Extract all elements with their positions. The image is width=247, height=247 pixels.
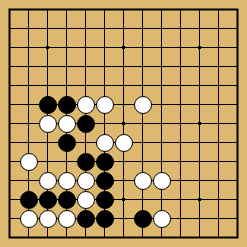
intersection[interactable]	[228, 0, 247, 19]
intersection[interactable]	[133, 0, 152, 19]
intersection[interactable]	[209, 152, 228, 171]
intersection[interactable]	[95, 133, 114, 152]
intersection[interactable]	[38, 114, 57, 133]
intersection[interactable]	[228, 190, 247, 209]
intersection[interactable]	[152, 152, 171, 171]
intersection[interactable]	[19, 0, 38, 19]
intersection[interactable]	[57, 209, 76, 228]
white-stone[interactable]	[134, 172, 152, 190]
intersection[interactable]	[57, 228, 76, 247]
intersection[interactable]	[171, 133, 190, 152]
intersection[interactable]	[95, 57, 114, 76]
black-stone[interactable]	[77, 115, 95, 133]
intersection[interactable]	[19, 114, 38, 133]
intersection[interactable]	[190, 38, 209, 57]
intersection[interactable]	[209, 171, 228, 190]
intersection[interactable]	[228, 152, 247, 171]
intersection[interactable]	[57, 0, 76, 19]
white-stone[interactable]	[96, 134, 114, 152]
intersection[interactable]	[0, 57, 19, 76]
intersection[interactable]	[133, 152, 152, 171]
intersection[interactable]	[76, 76, 95, 95]
intersection[interactable]	[171, 171, 190, 190]
intersection[interactable]	[19, 133, 38, 152]
intersection[interactable]	[0, 152, 19, 171]
white-stone[interactable]	[153, 210, 171, 228]
intersection[interactable]	[0, 76, 19, 95]
intersection[interactable]	[209, 19, 228, 38]
intersection[interactable]	[152, 114, 171, 133]
intersection[interactable]	[114, 133, 133, 152]
intersection[interactable]	[57, 76, 76, 95]
white-stone[interactable]	[39, 115, 57, 133]
white-stone[interactable]	[58, 172, 76, 190]
intersection[interactable]	[0, 190, 19, 209]
black-stone[interactable]	[96, 172, 114, 190]
intersection[interactable]	[19, 19, 38, 38]
intersection[interactable]	[0, 95, 19, 114]
intersection[interactable]	[133, 57, 152, 76]
white-stone[interactable]	[58, 210, 76, 228]
intersection[interactable]	[190, 228, 209, 247]
intersection[interactable]	[228, 209, 247, 228]
intersection[interactable]	[95, 0, 114, 19]
intersection[interactable]	[57, 57, 76, 76]
intersection[interactable]	[114, 152, 133, 171]
intersection[interactable]	[171, 228, 190, 247]
intersection[interactable]	[38, 19, 57, 38]
intersection[interactable]	[95, 209, 114, 228]
intersection[interactable]	[209, 95, 228, 114]
intersection[interactable]	[95, 19, 114, 38]
white-stone[interactable]	[39, 172, 57, 190]
intersection[interactable]	[133, 171, 152, 190]
black-stone[interactable]	[39, 96, 57, 114]
intersection[interactable]	[228, 76, 247, 95]
intersection[interactable]	[190, 190, 209, 209]
white-stone[interactable]	[115, 134, 133, 152]
intersection[interactable]	[57, 152, 76, 171]
intersection[interactable]	[209, 209, 228, 228]
intersection[interactable]	[19, 228, 38, 247]
intersection[interactable]	[95, 228, 114, 247]
intersection[interactable]	[133, 228, 152, 247]
intersection[interactable]	[114, 114, 133, 133]
intersection[interactable]	[114, 38, 133, 57]
intersection[interactable]	[228, 228, 247, 247]
intersection[interactable]	[152, 57, 171, 76]
black-stone[interactable]	[134, 210, 152, 228]
black-stone[interactable]	[58, 96, 76, 114]
intersection[interactable]	[171, 76, 190, 95]
intersection[interactable]	[38, 152, 57, 171]
intersection[interactable]	[152, 38, 171, 57]
white-stone[interactable]	[153, 172, 171, 190]
intersection[interactable]	[0, 0, 19, 19]
intersection[interactable]	[209, 0, 228, 19]
intersection[interactable]	[209, 38, 228, 57]
intersection[interactable]	[19, 57, 38, 76]
intersection[interactable]	[114, 0, 133, 19]
intersection[interactable]	[152, 0, 171, 19]
intersection[interactable]	[114, 95, 133, 114]
white-stone[interactable]	[20, 153, 38, 171]
intersection[interactable]	[228, 19, 247, 38]
intersection[interactable]	[76, 95, 95, 114]
intersection[interactable]	[76, 152, 95, 171]
intersection[interactable]	[57, 19, 76, 38]
intersection[interactable]	[19, 171, 38, 190]
intersection[interactable]	[171, 209, 190, 228]
intersection[interactable]	[38, 57, 57, 76]
intersection[interactable]	[133, 95, 152, 114]
intersection[interactable]	[38, 171, 57, 190]
intersection[interactable]	[38, 95, 57, 114]
black-stone[interactable]	[39, 191, 57, 209]
intersection[interactable]	[190, 57, 209, 76]
intersection[interactable]	[38, 228, 57, 247]
intersection[interactable]	[57, 114, 76, 133]
intersection[interactable]	[209, 190, 228, 209]
intersection[interactable]	[114, 19, 133, 38]
intersection[interactable]	[38, 190, 57, 209]
goban	[0, 0, 247, 247]
intersection[interactable]	[57, 190, 76, 209]
intersection[interactable]	[209, 228, 228, 247]
intersection[interactable]	[76, 171, 95, 190]
intersection[interactable]	[114, 190, 133, 209]
intersection[interactable]	[57, 38, 76, 57]
intersection[interactable]	[190, 76, 209, 95]
intersection[interactable]	[190, 133, 209, 152]
white-stone[interactable]	[77, 191, 95, 209]
white-stone[interactable]	[58, 115, 76, 133]
intersection[interactable]	[228, 171, 247, 190]
intersection[interactable]	[114, 57, 133, 76]
intersection[interactable]	[209, 76, 228, 95]
intersection[interactable]	[171, 57, 190, 76]
intersection[interactable]	[76, 228, 95, 247]
intersection[interactable]	[76, 190, 95, 209]
intersection[interactable]	[57, 171, 76, 190]
intersection[interactable]	[228, 133, 247, 152]
intersection[interactable]	[38, 209, 57, 228]
intersection[interactable]	[76, 133, 95, 152]
intersection[interactable]	[38, 133, 57, 152]
intersection[interactable]	[0, 133, 19, 152]
intersection[interactable]	[19, 95, 38, 114]
intersection[interactable]	[171, 190, 190, 209]
intersection[interactable]	[38, 76, 57, 95]
black-stone[interactable]	[96, 191, 114, 209]
intersection[interactable]	[133, 190, 152, 209]
white-stone[interactable]	[20, 210, 38, 228]
intersection[interactable]	[0, 38, 19, 57]
intersection[interactable]	[190, 0, 209, 19]
intersection[interactable]	[133, 209, 152, 228]
intersection[interactable]	[152, 228, 171, 247]
intersection[interactable]	[76, 114, 95, 133]
intersection[interactable]	[152, 209, 171, 228]
intersection[interactable]	[152, 76, 171, 95]
intersection[interactable]	[0, 19, 19, 38]
intersection[interactable]	[228, 114, 247, 133]
intersection[interactable]	[114, 171, 133, 190]
intersection[interactable]	[190, 209, 209, 228]
intersection[interactable]	[190, 114, 209, 133]
intersection[interactable]	[38, 0, 57, 19]
intersection[interactable]	[133, 76, 152, 95]
intersection[interactable]	[171, 114, 190, 133]
intersection[interactable]	[133, 133, 152, 152]
black-stone[interactable]	[58, 134, 76, 152]
intersection[interactable]	[171, 38, 190, 57]
intersection[interactable]	[171, 19, 190, 38]
intersection[interactable]	[95, 190, 114, 209]
go-board	[0, 0, 247, 247]
intersection[interactable]	[19, 209, 38, 228]
white-stone[interactable]	[77, 172, 95, 190]
intersection[interactable]	[228, 95, 247, 114]
intersection[interactable]	[171, 0, 190, 19]
intersection[interactable]	[76, 38, 95, 57]
black-stone[interactable]	[96, 210, 114, 228]
intersection[interactable]	[114, 209, 133, 228]
intersection[interactable]	[95, 171, 114, 190]
intersection[interactable]	[95, 76, 114, 95]
intersection[interactable]	[152, 190, 171, 209]
intersection[interactable]	[190, 152, 209, 171]
intersection[interactable]	[38, 38, 57, 57]
intersection[interactable]	[209, 114, 228, 133]
intersection[interactable]	[95, 95, 114, 114]
intersection[interactable]	[19, 38, 38, 57]
intersection[interactable]	[190, 19, 209, 38]
white-stone[interactable]	[134, 96, 152, 114]
intersection[interactable]	[0, 209, 19, 228]
intersection[interactable]	[19, 152, 38, 171]
intersection[interactable]	[171, 95, 190, 114]
intersection[interactable]	[133, 114, 152, 133]
intersection[interactable]	[95, 114, 114, 133]
intersection[interactable]	[190, 95, 209, 114]
intersection[interactable]	[209, 57, 228, 76]
intersection[interactable]	[114, 76, 133, 95]
white-stone[interactable]	[77, 96, 95, 114]
intersection[interactable]	[0, 114, 19, 133]
intersection[interactable]	[114, 228, 133, 247]
intersection[interactable]	[133, 38, 152, 57]
intersection[interactable]	[0, 228, 19, 247]
intersection[interactable]	[19, 76, 38, 95]
intersection[interactable]	[171, 152, 190, 171]
black-stone[interactable]	[96, 153, 114, 171]
black-stone[interactable]	[20, 191, 38, 209]
intersection[interactable]	[76, 209, 95, 228]
intersection[interactable]	[133, 19, 152, 38]
intersection[interactable]	[152, 95, 171, 114]
intersection[interactable]	[76, 57, 95, 76]
intersection[interactable]	[152, 133, 171, 152]
intersection[interactable]	[57, 95, 76, 114]
intersection[interactable]	[228, 38, 247, 57]
intersection[interactable]	[76, 0, 95, 19]
intersection[interactable]	[95, 152, 114, 171]
intersection[interactable]	[152, 19, 171, 38]
intersection[interactable]	[152, 171, 171, 190]
black-stone[interactable]	[77, 153, 95, 171]
intersection[interactable]	[209, 133, 228, 152]
intersection[interactable]	[190, 171, 209, 190]
intersection[interactable]	[76, 19, 95, 38]
intersection[interactable]	[0, 171, 19, 190]
intersection[interactable]	[95, 38, 114, 57]
intersection[interactable]	[57, 133, 76, 152]
intersection[interactable]	[19, 190, 38, 209]
white-stone[interactable]	[96, 96, 114, 114]
black-stone[interactable]	[77, 210, 95, 228]
black-stone[interactable]	[58, 191, 76, 209]
intersection[interactable]	[228, 57, 247, 76]
white-stone[interactable]	[39, 210, 57, 228]
